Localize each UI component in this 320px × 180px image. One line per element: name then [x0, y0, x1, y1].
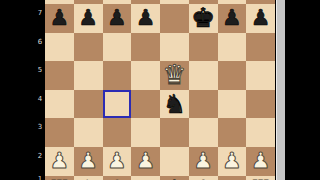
- square-e4[interactable]: ♞: [160, 90, 189, 119]
- black-knight-e4: ♞: [163, 90, 186, 119]
- square-f1[interactable]: ♝: [189, 176, 218, 180]
- square-g3[interactable]: [218, 118, 247, 147]
- square-c3[interactable]: [103, 118, 132, 147]
- square-f7[interactable]: ♚: [189, 4, 218, 33]
- rank-label-3: 3: [36, 124, 44, 131]
- square-h2[interactable]: ♟: [246, 147, 275, 176]
- rank-label-1: 1: [36, 176, 44, 180]
- white-pawn-f2: ♟: [193, 147, 213, 176]
- square-c2[interactable]: ♟: [103, 147, 132, 176]
- square-h4[interactable]: [246, 90, 275, 119]
- white-pawn-d2: ♟: [136, 147, 156, 176]
- square-g5[interactable]: [218, 61, 247, 90]
- rank-label-4: 4: [36, 96, 44, 103]
- square-d6[interactable]: [131, 33, 160, 62]
- white-pawn-c2: ♟: [107, 147, 127, 176]
- square-g6[interactable]: [218, 33, 247, 62]
- black-pawn-g7: ♟: [222, 4, 242, 33]
- square-b1[interactable]: ♞: [74, 176, 103, 180]
- square-a4[interactable]: [45, 90, 74, 119]
- square-a5[interactable]: [45, 61, 74, 90]
- rank-label-5: 5: [36, 67, 44, 74]
- square-h6[interactable]: [246, 33, 275, 62]
- square-h3[interactable]: [246, 118, 275, 147]
- white-knight-b1: ♞: [76, 176, 99, 180]
- square-c7[interactable]: ♟: [103, 4, 132, 33]
- square-b4[interactable]: [74, 90, 103, 119]
- black-pawn-c7: ♟: [107, 4, 127, 33]
- white-pawn-g2: ♟: [222, 147, 242, 176]
- square-d5[interactable]: [131, 61, 160, 90]
- square-b6[interactable]: [74, 33, 103, 62]
- square-d4[interactable]: [131, 90, 160, 119]
- square-g4[interactable]: [218, 90, 247, 119]
- rank-label-7: 7: [36, 10, 44, 17]
- square-e6[interactable]: [160, 33, 189, 62]
- square-d3[interactable]: [131, 118, 160, 147]
- square-c6[interactable]: [103, 33, 132, 62]
- rank-label-6: 6: [36, 39, 44, 46]
- white-king-e1: ♚: [162, 176, 186, 180]
- square-d1[interactable]: [131, 176, 160, 180]
- white-pawn-a2: ♟: [50, 147, 70, 176]
- square-f6[interactable]: [189, 33, 218, 62]
- chess-board[interactable]: ♜♞♝♛♝♜♟♟♟♟♚♟♟♛♞♟♟♟♟♟♟♟♜♞♝♚♝♜: [45, 0, 275, 180]
- square-h5[interactable]: [246, 61, 275, 90]
- white-bishop-c1: ♝: [105, 176, 128, 180]
- white-pawn-b2: ♟: [78, 147, 98, 176]
- white-queen-e5: ♛: [162, 61, 186, 90]
- black-pawn-a7: ♟: [50, 4, 70, 33]
- square-a7[interactable]: ♟: [45, 4, 74, 33]
- square-h7[interactable]: ♟: [246, 4, 275, 33]
- square-b7[interactable]: ♟: [74, 4, 103, 33]
- square-b2[interactable]: ♟: [74, 147, 103, 176]
- square-g1[interactable]: [218, 176, 247, 180]
- square-e7[interactable]: [160, 4, 189, 33]
- square-f2[interactable]: ♟: [189, 147, 218, 176]
- square-f4[interactable]: [189, 90, 218, 119]
- white-rook-h1: ♜: [249, 176, 272, 180]
- square-h1[interactable]: ♜: [246, 176, 275, 180]
- square-b3[interactable]: [74, 118, 103, 147]
- square-e3[interactable]: [160, 118, 189, 147]
- black-pawn-d7: ♟: [136, 4, 156, 33]
- white-rook-a1: ♜: [48, 176, 71, 180]
- square-a2[interactable]: ♟: [45, 147, 74, 176]
- rank-label-2: 2: [36, 153, 44, 160]
- scrollbar[interactable]: [276, 0, 285, 180]
- square-c1[interactable]: ♝: [103, 176, 132, 180]
- square-f3[interactable]: [189, 118, 218, 147]
- square-b5[interactable]: [74, 61, 103, 90]
- square-e2[interactable]: [160, 147, 189, 176]
- white-pawn-h2: ♟: [251, 147, 271, 176]
- square-a3[interactable]: [45, 118, 74, 147]
- square-g2[interactable]: ♟: [218, 147, 247, 176]
- black-pawn-b7: ♟: [78, 4, 98, 33]
- white-bishop-f1: ♝: [191, 176, 214, 180]
- square-d2[interactable]: ♟: [131, 147, 160, 176]
- square-a1[interactable]: ♜: [45, 176, 74, 180]
- square-d7[interactable]: ♟: [131, 4, 160, 33]
- square-a6[interactable]: [45, 33, 74, 62]
- square-f5[interactable]: [189, 61, 218, 90]
- black-pawn-h7: ♟: [251, 4, 271, 33]
- square-g7[interactable]: ♟: [218, 4, 247, 33]
- square-c4-highlighted[interactable]: [103, 90, 132, 119]
- square-e5[interactable]: ♛: [160, 61, 189, 90]
- black-king-f7: ♚: [191, 4, 215, 33]
- square-e1[interactable]: ♚: [160, 176, 189, 180]
- square-c5[interactable]: [103, 61, 132, 90]
